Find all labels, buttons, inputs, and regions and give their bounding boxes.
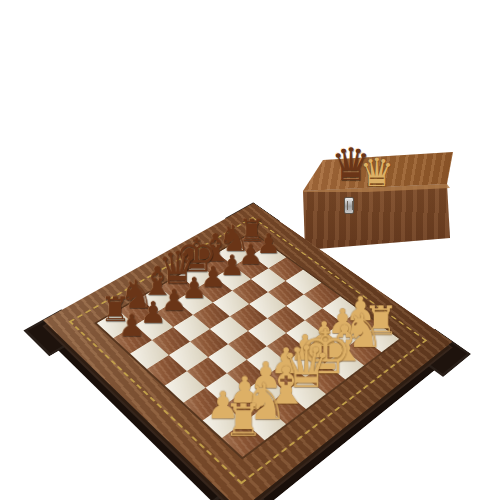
chess-board: ♜♞♝♛♚♝♞♜♟♟♟♟♟♟♟♟♟♟♟♟♟♟♟♟♜♞♝♛♚♝♞♜	[43, 203, 453, 500]
chess-set-product-photo: ♛♛ ♜♞♝♛♚♝♞♜♟♟♟♟♟♟♟♟♟♟♟♟♟♟♟♟♜♞♝♛♚♝♞♜	[0, 0, 500, 500]
dark-pawn-a7: ♟	[119, 310, 146, 340]
board-perspective-wrapper: ♜♞♝♛♚♝♞♜♟♟♟♟♟♟♟♟♟♟♟♟♟♟♟♟♜♞♝♛♚♝♞♜	[0, 0, 500, 500]
light-rook-a1: ♜	[223, 397, 263, 442]
